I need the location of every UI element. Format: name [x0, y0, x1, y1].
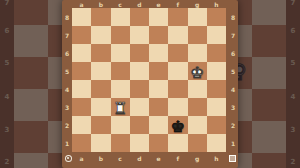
file-label-c: c — [111, 0, 130, 8]
file-label-d: d — [130, 0, 149, 8]
square-a4[interactable] — [72, 80, 91, 98]
white-king[interactable]: ♚ — [188, 64, 207, 82]
file-label-d: d — [130, 152, 149, 165]
square-e2[interactable] — [149, 116, 168, 134]
rank-label-4: 4 — [228, 80, 238, 98]
rank-label-2: 2 — [62, 116, 72, 134]
square-d8[interactable] — [130, 8, 149, 26]
rank-label-3: 3 — [228, 98, 238, 116]
rank-label-6: 6 — [62, 44, 72, 62]
square-g2[interactable] — [188, 116, 207, 134]
square-e1[interactable] — [149, 134, 168, 152]
black-king[interactable]: ♚ — [168, 118, 187, 136]
square-f4[interactable] — [168, 80, 187, 98]
rank-label-5: 5 — [228, 62, 238, 80]
square-d6[interactable] — [130, 44, 149, 62]
file-label-b: b — [91, 152, 110, 165]
square-e4[interactable] — [149, 80, 168, 98]
square-a3[interactable] — [72, 98, 91, 116]
file-labels-top: abcdefgh — [72, 0, 226, 8]
white-rook[interactable]: ♜ — [111, 100, 130, 118]
file-label-c: c — [111, 152, 130, 165]
square-a7[interactable] — [72, 26, 91, 44]
square-a8[interactable] — [72, 8, 91, 26]
square-d3[interactable] — [130, 98, 149, 116]
square-b1[interactable] — [91, 134, 110, 152]
rank-labels-right: 87654321 — [228, 8, 238, 152]
square-h5[interactable] — [207, 62, 226, 80]
file-label-e: e — [149, 0, 168, 8]
rank-label-1: 1 — [228, 134, 238, 152]
rank-labels-left: 87654321 — [62, 8, 72, 152]
square-f1[interactable] — [168, 134, 187, 152]
square-f5[interactable] — [168, 62, 187, 80]
square-g1[interactable] — [188, 134, 207, 152]
square-h3[interactable] — [207, 98, 226, 116]
rank-label-2: 2 — [228, 116, 238, 134]
square-h1[interactable] — [207, 134, 226, 152]
rank-label-8: 8 — [228, 8, 238, 26]
square-d1[interactable] — [130, 134, 149, 152]
board-squares: ♚♜♚ — [72, 8, 226, 152]
rank-label-8: 8 — [62, 8, 72, 26]
square-b4[interactable] — [91, 80, 110, 98]
file-label-g: g — [188, 152, 207, 165]
square-e8[interactable] — [149, 8, 168, 26]
rank-label-4: 4 — [62, 80, 72, 98]
rank-label-6: 6 — [228, 44, 238, 62]
file-label-e: e — [149, 152, 168, 165]
square-c5[interactable] — [111, 62, 130, 80]
square-h7[interactable] — [207, 26, 226, 44]
square-h2[interactable] — [207, 116, 226, 134]
square-f6[interactable] — [168, 44, 187, 62]
file-label-f: f — [168, 152, 187, 165]
rank-label-5: 5 — [62, 62, 72, 80]
rank-label-7: 7 — [228, 26, 238, 44]
square-b5[interactable] — [91, 62, 110, 80]
square-d2[interactable] — [130, 116, 149, 134]
square-f3[interactable] — [168, 98, 187, 116]
square-g3[interactable] — [188, 98, 207, 116]
square-c6[interactable] — [111, 44, 130, 62]
square-d5[interactable] — [130, 62, 149, 80]
square-a1[interactable] — [72, 134, 91, 152]
square-h8[interactable] — [207, 8, 226, 26]
square-b8[interactable] — [91, 8, 110, 26]
square-b3[interactable] — [91, 98, 110, 116]
square-e3[interactable] — [149, 98, 168, 116]
square-f7[interactable] — [168, 26, 187, 44]
square-d4[interactable] — [130, 80, 149, 98]
file-label-f: f — [168, 0, 187, 8]
file-label-a: a — [72, 0, 91, 8]
square-b2[interactable] — [91, 116, 110, 134]
square-d7[interactable] — [130, 26, 149, 44]
rank-label-7: 7 — [62, 26, 72, 44]
rank-label-3: 3 — [62, 98, 72, 116]
square-g4[interactable] — [188, 80, 207, 98]
square-c7[interactable] — [111, 26, 130, 44]
file-label-h: h — [207, 152, 226, 165]
rank-label-1: 1 — [62, 134, 72, 152]
square-c3[interactable]: ♜ — [111, 98, 130, 116]
square-a6[interactable] — [72, 44, 91, 62]
square-a5[interactable] — [72, 62, 91, 80]
square-g6[interactable] — [188, 44, 207, 62]
square-h6[interactable] — [207, 44, 226, 62]
square-c2[interactable] — [111, 116, 130, 134]
file-label-h: h — [207, 0, 226, 8]
square-b7[interactable] — [91, 26, 110, 44]
file-labels-bottom: abcdefgh — [72, 152, 226, 165]
square-e6[interactable] — [149, 44, 168, 62]
square-h4[interactable] — [207, 80, 226, 98]
square-f8[interactable] — [168, 8, 187, 26]
square-e7[interactable] — [149, 26, 168, 44]
white-to-move-indicator-icon — [229, 155, 236, 162]
square-e5[interactable] — [149, 62, 168, 80]
file-label-b: b — [91, 0, 110, 8]
square-g8[interactable] — [188, 8, 207, 26]
square-g5[interactable]: ♚ — [188, 62, 207, 80]
watermark-circle-icon — [65, 155, 72, 162]
square-c4[interactable] — [111, 80, 130, 98]
chess-video-frame: 765432 765432 ♚ abcdefgh 87654321 876543… — [0, 0, 300, 168]
square-a2[interactable] — [72, 116, 91, 134]
file-label-g: g — [188, 0, 207, 8]
square-c8[interactable] — [111, 8, 130, 26]
square-c1[interactable] — [111, 134, 130, 152]
chess-board: abcdefgh 87654321 87654321 ♚♜♚ abcdefgh — [62, 0, 238, 168]
square-g7[interactable] — [188, 26, 207, 44]
file-label-a: a — [72, 152, 91, 165]
square-f2[interactable]: ♚ — [168, 116, 187, 134]
square-b6[interactable] — [91, 44, 110, 62]
